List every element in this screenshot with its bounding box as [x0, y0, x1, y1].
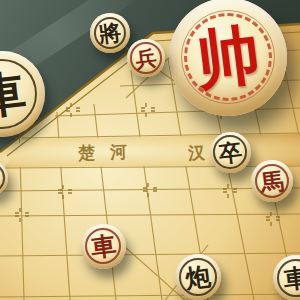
piece-red-horse[interactable]: 馬	[251, 160, 293, 202]
piece-black-general[interactable]: 將	[90, 13, 130, 53]
piece-red-soldier[interactable]: 兵	[127, 39, 165, 77]
piece-red-chariot[interactable]: 車	[81, 224, 126, 269]
piece-black-chariot-left[interactable]: 車	[0, 51, 45, 137]
piece-red-general-large[interactable]: 帅	[169, 0, 287, 116]
piece-black-cannon[interactable]: 炮	[175, 254, 221, 300]
piece-character: 馬	[249, 158, 296, 205]
piece-character: 炮	[172, 251, 223, 300]
river-text-left: 楚河	[78, 140, 143, 165]
piece-character: 車	[270, 252, 300, 300]
piece-black-soldier[interactable]: 卒	[210, 132, 251, 173]
piece-ring	[0, 163, 5, 193]
piece-character: 帅	[162, 0, 294, 123]
piece-character: 卒	[207, 129, 253, 175]
piece-black-chariot-right[interactable]: 車	[273, 255, 300, 300]
piece-character: 車	[78, 221, 128, 271]
piece-character: 兵	[125, 37, 167, 79]
xiangqi-scene: 楚河 汉界 將帅兵車卒馬車炮車	[0, 0, 300, 300]
